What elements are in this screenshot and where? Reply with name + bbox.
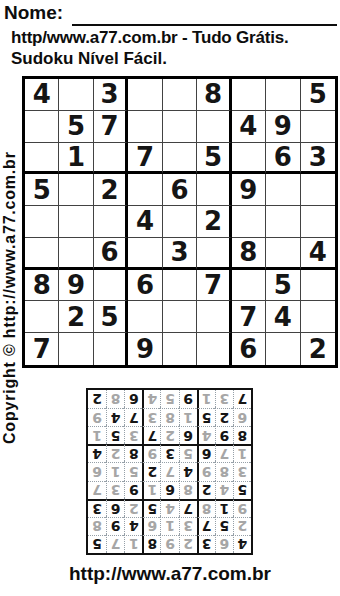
sudoku-cell-given: 6 xyxy=(163,174,197,206)
sudoku-cell-given: 9 xyxy=(232,174,266,206)
solution-cell: 6 xyxy=(142,517,160,535)
sudoku-cell-empty[interactable] xyxy=(25,206,59,238)
sudoku-cell-given: 8 xyxy=(232,238,266,270)
solution-cell: 1 xyxy=(88,426,106,444)
solution-cell: 8 xyxy=(124,444,142,462)
solution-cell: 8 xyxy=(160,408,178,426)
name-write-line xyxy=(72,4,337,26)
sudoku-cell-given: 9 xyxy=(128,333,162,365)
solution-cell: 6 xyxy=(233,408,251,426)
solution-cell: 5 xyxy=(197,408,215,426)
sudoku-cell-given: 3 xyxy=(163,238,197,270)
solution-cell: 8 xyxy=(106,390,124,408)
solution-cell: 4 xyxy=(106,408,124,426)
solution-cell: 9 xyxy=(106,517,124,535)
solution-cell: 7 xyxy=(233,390,251,408)
sudoku-cell-given: 6 xyxy=(128,270,162,302)
solution-cell: 6 xyxy=(160,481,178,499)
solution-cell: 8 xyxy=(179,481,197,499)
solution-cell: 9 xyxy=(197,462,215,480)
sudoku-cell-given: 3 xyxy=(301,143,335,175)
sudoku-cell-empty[interactable] xyxy=(266,79,300,111)
solution-cell: 4 xyxy=(124,517,142,535)
sudoku-cell-empty[interactable] xyxy=(25,143,59,175)
sudoku-cell-empty[interactable] xyxy=(128,301,162,333)
sudoku-cell-empty[interactable] xyxy=(163,111,197,143)
solution-cell: 5 xyxy=(179,444,197,462)
sudoku-worksheet-page: Nome: http/www.a77.com.br - Tudo Grátis.… xyxy=(0,0,340,596)
sudoku-cell-empty[interactable] xyxy=(25,301,59,333)
sudoku-cell-empty[interactable] xyxy=(301,270,335,302)
solution-cell: 1 xyxy=(197,390,215,408)
solution-cell: 5 xyxy=(142,499,160,517)
sudoku-cell-empty[interactable] xyxy=(197,301,231,333)
solution-cell: 6 xyxy=(88,462,106,480)
sudoku-cell-empty[interactable] xyxy=(163,206,197,238)
solution-cell: 9 xyxy=(179,390,197,408)
sudoku-cell-given: 1 xyxy=(59,143,93,175)
solution-cell: 4 xyxy=(197,426,215,444)
solution-cell: 6 xyxy=(179,426,197,444)
solution-cell: 2 xyxy=(88,390,106,408)
solution-cell: 2 xyxy=(106,444,124,462)
solution-cell: 8 xyxy=(215,462,233,480)
sudoku-cell-empty[interactable] xyxy=(59,333,93,365)
solution-cell: 7 xyxy=(106,535,124,553)
solution-cell: 3 xyxy=(215,390,233,408)
sudoku-cell-empty[interactable] xyxy=(128,238,162,270)
sudoku-cell-empty[interactable] xyxy=(94,270,128,302)
solution-cell: 2 xyxy=(142,462,160,480)
solution-cell: 6 xyxy=(124,390,142,408)
solution-cell: 1 xyxy=(215,499,233,517)
sudoku-cell-given: 5 xyxy=(197,143,231,175)
solution-cell: 4 xyxy=(88,444,106,462)
sudoku-cell-empty[interactable] xyxy=(232,206,266,238)
solution-cell: 6 xyxy=(197,444,215,462)
sudoku-cell-given: 2 xyxy=(59,301,93,333)
sudoku-cell-given: 6 xyxy=(266,143,300,175)
solution-cell: 1 xyxy=(106,462,124,480)
sudoku-cell-given: 4 xyxy=(128,206,162,238)
sudoku-cell-given: 6 xyxy=(94,238,128,270)
page-title: Sudoku Nível Fácil. xyxy=(11,49,167,69)
sudoku-cell-given: 7 xyxy=(232,301,266,333)
sudoku-cell-empty[interactable] xyxy=(94,333,128,365)
sudoku-cell-given: 8 xyxy=(197,79,231,111)
footer-url: http://www.a77.com.br xyxy=(0,563,340,585)
solution-cell: 5 xyxy=(106,426,124,444)
solution-cell: 5 xyxy=(124,462,142,480)
sudoku-cell-empty[interactable] xyxy=(94,143,128,175)
sudoku-cell-empty[interactable] xyxy=(301,206,335,238)
solution-cell: 9 xyxy=(142,444,160,462)
solution-cell: 7 xyxy=(197,517,215,535)
sudoku-cell-empty[interactable] xyxy=(197,174,231,206)
sudoku-cell-empty[interactable] xyxy=(25,238,59,270)
solution-cell: 3 xyxy=(233,462,251,480)
solution-cell: 7 xyxy=(142,426,160,444)
sudoku-cell-given: 5 xyxy=(301,79,335,111)
sudoku-cell-empty[interactable] xyxy=(59,206,93,238)
sudoku-cell-given: 3 xyxy=(94,79,128,111)
solution-cell: 2 xyxy=(215,408,233,426)
solution-cell: 8 xyxy=(88,517,106,535)
solution-cell: 6 xyxy=(106,499,124,517)
solution-cell: 3 xyxy=(142,408,160,426)
sudoku-cell-given: 5 xyxy=(94,301,128,333)
sudoku-cell-empty[interactable] xyxy=(232,143,266,175)
solution-cell: 3 xyxy=(179,517,197,535)
solution-cell: 4 xyxy=(142,390,160,408)
solution-cell: 3 xyxy=(197,535,215,553)
sudoku-cell-empty[interactable] xyxy=(163,79,197,111)
sudoku-cell-given: 4 xyxy=(232,111,266,143)
solution-cell: 2 xyxy=(197,481,215,499)
sudoku-cell-empty[interactable] xyxy=(266,333,300,365)
sudoku-cell-given: 7 xyxy=(197,270,231,302)
sudoku-cell-empty[interactable] xyxy=(163,143,197,175)
solution-cell: 2 xyxy=(124,499,142,517)
sudoku-cell-empty[interactable] xyxy=(163,301,197,333)
sudoku-cell-empty[interactable] xyxy=(163,333,197,365)
solution-cell: 3 xyxy=(124,426,142,444)
solution-cell: 7 xyxy=(160,462,178,480)
solution-cell: 3 xyxy=(88,499,106,517)
solution-cell: 6 xyxy=(215,535,233,553)
sudoku-cell-empty[interactable] xyxy=(197,238,231,270)
solution-cell: 7 xyxy=(215,444,233,462)
sudoku-cell-empty[interactable] xyxy=(266,206,300,238)
solution-cell: 1 xyxy=(160,517,178,535)
sudoku-cell-given: 4 xyxy=(301,238,335,270)
sudoku-cell-given: 5 xyxy=(266,270,300,302)
sudoku-cell-empty[interactable] xyxy=(301,301,335,333)
sudoku-cell-empty[interactable] xyxy=(197,111,231,143)
sudoku-cell-given: 5 xyxy=(25,174,59,206)
solution-cell: 9 xyxy=(215,426,233,444)
solution-cell: 1 xyxy=(142,481,160,499)
solution-cell: 9 xyxy=(160,535,178,553)
sudoku-cell-given: 9 xyxy=(59,270,93,302)
solution-cell: 4 xyxy=(179,462,197,480)
solution-cell: 4 xyxy=(233,535,251,553)
sudoku-cell-empty[interactable] xyxy=(128,79,162,111)
sudoku-cell-given: 4 xyxy=(266,301,300,333)
sudoku-cell-empty[interactable] xyxy=(232,270,266,302)
sudoku-cell-given: 2 xyxy=(301,333,335,365)
solution-cell: 2 xyxy=(160,426,178,444)
sudoku-cell-given: 7 xyxy=(128,143,162,175)
solution-cell: 8 xyxy=(233,426,251,444)
sudoku-cell-given: 9 xyxy=(266,111,300,143)
name-label: Nome: xyxy=(4,2,63,24)
solution-cell: 1 xyxy=(124,535,142,553)
sudoku-cell-given: 4 xyxy=(25,79,59,111)
solution-cell: 7 xyxy=(124,408,142,426)
sudoku-cell-empty[interactable] xyxy=(232,79,266,111)
sudoku-cell-given: 2 xyxy=(197,206,231,238)
sudoku-cell-given: 7 xyxy=(94,111,128,143)
sudoku-cell-given: 7 xyxy=(25,333,59,365)
solution-cell: 2 xyxy=(233,517,251,535)
solution-cell: 9 xyxy=(233,499,251,517)
solution-cell: 3 xyxy=(160,444,178,462)
sudoku-cell-empty[interactable] xyxy=(59,238,93,270)
sudoku-cell-empty[interactable] xyxy=(301,111,335,143)
solution-cell: 5 xyxy=(88,535,106,553)
copyright-vertical-text: Copyright © http://www.a77.com.br xyxy=(1,100,19,444)
solution-cell: 7 xyxy=(88,481,106,499)
solution-cell: 1 xyxy=(179,408,197,426)
sudoku-cell-given: 2 xyxy=(94,174,128,206)
solution-cell: 9 xyxy=(88,408,106,426)
sudoku-grid: 438557491756352694263848967525747962 xyxy=(22,76,338,368)
site-header-text: http/www.a77.com.br - Tudo Grátis. xyxy=(11,28,289,48)
sudoku-cell-empty[interactable] xyxy=(163,270,197,302)
sudoku-cell-empty[interactable] xyxy=(128,111,162,143)
solution-cell: 9 xyxy=(124,481,142,499)
sudoku-cell-given: 8 xyxy=(25,270,59,302)
sudoku-cell-empty[interactable] xyxy=(59,79,93,111)
solution-cell: 8 xyxy=(197,499,215,517)
sudoku-cell-empty[interactable] xyxy=(197,333,231,365)
solution-cell: 4 xyxy=(215,481,233,499)
sudoku-cell-empty[interactable] xyxy=(128,174,162,206)
solution-cell: 2 xyxy=(179,535,197,553)
sudoku-cell-empty[interactable] xyxy=(59,174,93,206)
sudoku-cell-given: 6 xyxy=(232,333,266,365)
solution-cell: 5 xyxy=(160,390,178,408)
sudoku-cell-given: 5 xyxy=(59,111,93,143)
solution-cell: 5 xyxy=(215,517,233,535)
sudoku-cell-empty[interactable] xyxy=(266,238,300,270)
sudoku-cell-empty[interactable] xyxy=(94,206,128,238)
solution-cell: 8 xyxy=(142,535,160,553)
solution-cell: 7 xyxy=(179,499,197,517)
solution-cell: 5 xyxy=(233,481,251,499)
sudoku-cell-empty[interactable] xyxy=(25,111,59,143)
sudoku-cell-empty[interactable] xyxy=(266,174,300,206)
solution-grid: 4632981752573164989187452635428619373894… xyxy=(86,388,253,555)
sudoku-cell-empty[interactable] xyxy=(301,174,335,206)
solution-cell: 4 xyxy=(160,499,178,517)
solution-cell: 1 xyxy=(233,444,251,462)
solution-cell: 3 xyxy=(106,481,124,499)
